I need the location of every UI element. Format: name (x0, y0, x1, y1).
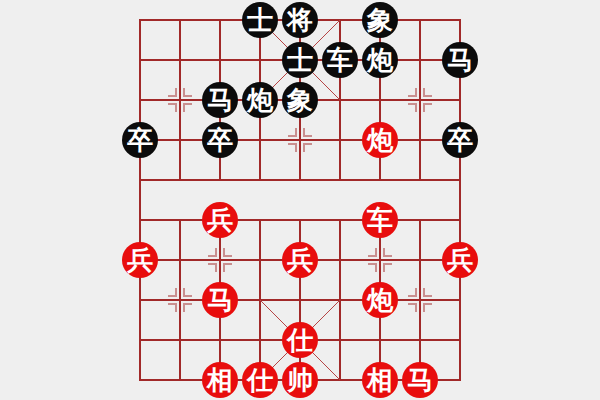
piece-black-cannon-f6r1[interactable]: 炮 (362, 42, 398, 78)
piece-black-general-f4r0[interactable]: 将 (282, 2, 318, 38)
piece-black-horse-f2r2[interactable]: 马 (202, 82, 238, 118)
piece-red-soldier-f8r6[interactable]: 兵 (442, 242, 478, 278)
piece-red-horse-f7r9[interactable]: 马 (402, 362, 438, 398)
pieces-layer: 士将象士车炮马马炮象卒卒卒炮兵车兵兵兵马炮仕相仕帅相马 (0, 0, 600, 400)
piece-red-elephant-f6r9[interactable]: 相 (362, 362, 398, 398)
piece-black-horse-f8r1[interactable]: 马 (442, 42, 478, 78)
piece-black-elephant-f4r2[interactable]: 象 (282, 82, 318, 118)
piece-red-advisor-f3r9[interactable]: 仕 (242, 362, 278, 398)
piece-black-advisor-f4r1[interactable]: 士 (282, 42, 318, 78)
piece-black-cannon-f3r2[interactable]: 炮 (242, 82, 278, 118)
piece-red-horse-f2r7[interactable]: 马 (202, 282, 238, 318)
piece-red-soldier-f0r6[interactable]: 兵 (122, 242, 158, 278)
piece-black-elephant-f6r0[interactable]: 象 (362, 2, 398, 38)
piece-red-cannon-f6r3[interactable]: 炮 (362, 122, 398, 158)
piece-black-advisor-f3r0[interactable]: 士 (242, 2, 278, 38)
piece-red-chariot-f6r5[interactable]: 车 (362, 202, 398, 238)
piece-black-chariot-f5r1[interactable]: 车 (322, 42, 358, 78)
piece-black-soldier-f8r3[interactable]: 卒 (442, 122, 478, 158)
piece-red-cannon-f6r7[interactable]: 炮 (362, 282, 398, 318)
piece-red-elephant-f2r9[interactable]: 相 (202, 362, 238, 398)
piece-black-soldier-f0r3[interactable]: 卒 (122, 122, 158, 158)
piece-red-general-f4r9[interactable]: 帅 (282, 362, 318, 398)
xiangqi-board: 士将象士车炮马马炮象卒卒卒炮兵车兵兵兵马炮仕相仕帅相马 (0, 0, 600, 400)
piece-black-soldier-f2r3[interactable]: 卒 (202, 122, 238, 158)
piece-red-soldier-f2r5[interactable]: 兵 (202, 202, 238, 238)
piece-red-soldier-f4r6[interactable]: 兵 (282, 242, 318, 278)
piece-red-advisor-f4r8[interactable]: 仕 (282, 322, 318, 358)
